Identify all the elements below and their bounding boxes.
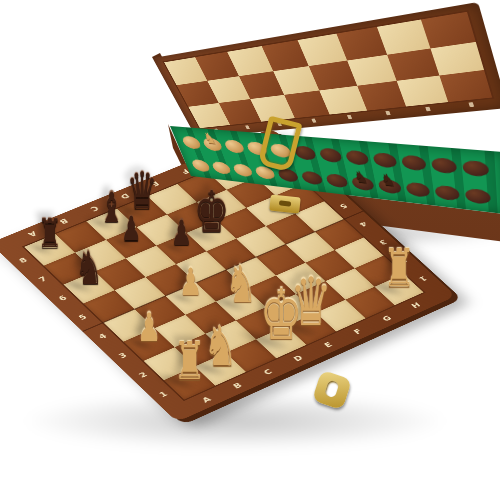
tray-piece-back-3[interactable]: [223, 139, 245, 154]
brass-clasp-icon: [269, 194, 301, 213]
rank-label-7-left: 7: [33, 274, 52, 285]
tray-knight-icon: ♞: [379, 171, 396, 189]
file-label-c-far: C: [85, 203, 104, 213]
tray-piece-back-12[interactable]: [462, 160, 489, 178]
file-label-e-near: E: [319, 340, 338, 351]
file-label-g-near: G: [378, 313, 396, 324]
tray-piece-front-3[interactable]: [232, 163, 254, 177]
file-label-e-far: E: [146, 179, 165, 189]
tray-piece-front-12[interactable]: [465, 188, 491, 205]
tray-piece-front-7[interactable]: [325, 173, 349, 188]
rank-label-8-right: 1: [414, 273, 432, 284]
file-label-b-near: B: [228, 380, 247, 391]
rank-label-4-left: 4: [93, 331, 112, 342]
rank-label-4-right: 5: [334, 201, 352, 211]
rank-label-5-right: 4: [354, 219, 372, 229]
tray-piece-back-1[interactable]: [181, 136, 203, 150]
lid-square: [439, 70, 492, 102]
rank-label-6-right: 3: [374, 237, 392, 247]
tray-piece-back-6[interactable]: [293, 145, 317, 161]
file-label-d-near: D: [289, 353, 308, 364]
tray-knight-icon: ♞: [352, 168, 369, 185]
file-label-b-far: B: [54, 216, 73, 227]
tray-piece-back-9[interactable]: [372, 152, 397, 168]
file-label-a-far: A: [23, 229, 42, 240]
box-lid-checkered-exterior: [153, 2, 500, 138]
file-label-a-near: A: [197, 394, 216, 405]
file-label-d-far: D: [116, 191, 135, 201]
tray-piece-back-8[interactable]: [345, 150, 370, 166]
rank-label-3-left: 3: [113, 350, 132, 361]
board-floor-shadow: [20, 392, 450, 450]
tray-piece-front-6[interactable]: [300, 170, 323, 185]
lid-coordinate-mark: [385, 111, 390, 116]
file-label-f-near: F: [349, 326, 367, 337]
tray-piece-front-10[interactable]: [405, 182, 430, 198]
rank-label-6-left: 6: [53, 293, 72, 304]
tray-piece-back-11[interactable]: [431, 157, 457, 174]
lid-coordinate-mark: [425, 107, 431, 112]
rank-label-1-left: 1: [154, 389, 173, 400]
lid-coordinate-mark: [468, 102, 474, 107]
lid-coordinate-mark: [311, 118, 316, 122]
tray-piece-front-1[interactable]: [190, 159, 211, 173]
tray-piece-front-2[interactable]: [211, 161, 232, 175]
rank-label-2-left: 2: [133, 369, 152, 380]
tray-piece-front-11[interactable]: [434, 185, 460, 202]
tray-piece-back-10[interactable]: [401, 155, 427, 172]
rank-label-5-left: 5: [73, 312, 92, 323]
lid-coordinate-mark: [245, 125, 250, 129]
rank-label-7-right: 2: [394, 255, 412, 265]
file-label-h-near: H: [407, 300, 425, 311]
rank-label-8-left: 8: [14, 255, 33, 266]
lid-coordinate-mark: [347, 115, 352, 119]
tray-piece-front-5[interactable]: [277, 168, 300, 183]
tray-piece-back-7[interactable]: [319, 147, 343, 163]
file-label-c-near: C: [259, 366, 278, 377]
